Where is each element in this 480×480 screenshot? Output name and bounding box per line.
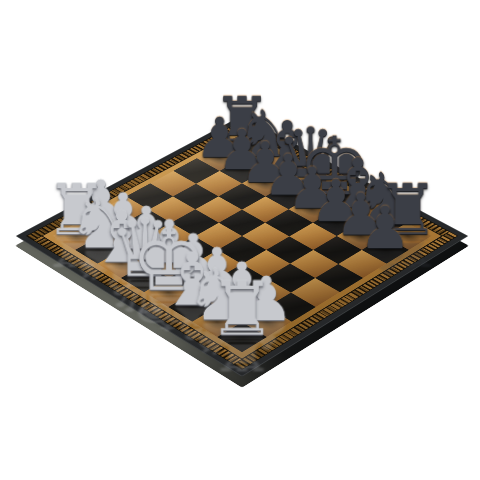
chess-board: ♜♞♝♛♚♝♞♜♟♟♟♟♟♟♟♟♟♟♟♟♟♟♟♟♜♞♝♛♚♝♞♜ ♜♞♝♛♚♝♞… — [16, 116, 469, 377]
board-top-face: ♜♞♝♛♚♝♞♜♟♟♟♟♟♟♟♟♟♟♟♟♟♟♟♟♜♞♝♛♚♝♞♜ ♜♞♝♛♚♝♞… — [16, 116, 469, 377]
white-pawn: ♟ — [156, 240, 280, 300]
product-photo: ♜♞♝♛♚♝♞♜♟♟♟♟♟♟♟♟♟♟♟♟♟♟♟♟♜♞♝♛♚♝♞♜ ♜♞♝♛♚♝♞… — [0, 0, 480, 480]
